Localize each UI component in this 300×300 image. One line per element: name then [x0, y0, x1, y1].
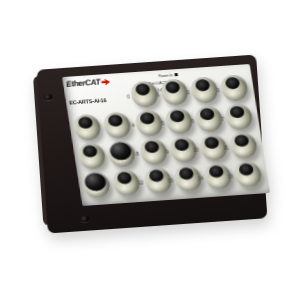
connector-cap — [109, 142, 133, 161]
photo-stage: EtherCAT EC-ARTS-AI-16 Power In Port 0 A… — [0, 0, 300, 300]
connector-socket — [107, 114, 123, 127]
connector-socket — [234, 134, 250, 147]
m12-channel-connector — [228, 132, 258, 160]
m12-channel-connector — [233, 161, 263, 189]
channel-number-label: 2 — [177, 89, 190, 96]
connector-cap — [83, 172, 107, 191]
connector-socket — [82, 145, 98, 158]
led-label: Power In — [158, 73, 173, 78]
channel-number-label: 15 — [221, 173, 234, 180]
connector-socket — [238, 163, 254, 176]
logo-text: EtherCAT — [66, 78, 101, 89]
connector-socket — [78, 116, 94, 129]
m12-aux-connector — [81, 171, 111, 199]
channel-number-label: 10 — [186, 147, 199, 154]
channel-number-label: 7 — [212, 116, 225, 123]
channel-number-label: 13 — [161, 178, 174, 185]
ethercat-io-module: EtherCAT EC-ARTS-AI-16 Power In Port 0 A… — [37, 55, 268, 234]
channel-number-label: 14 — [191, 176, 204, 183]
channel-number-label: 11 — [216, 145, 229, 152]
connector-socket — [229, 106, 245, 119]
m12-aux-connector — [77, 142, 107, 170]
channel-number-label: 6 — [182, 118, 195, 125]
model-number: EC-ARTS-AI-16 — [69, 97, 107, 106]
channel-number-label: 9 — [156, 149, 169, 156]
channel-number-label: 3 — [207, 87, 220, 94]
m12-aux-connector — [111, 169, 141, 197]
faceplate: EtherCAT EC-ARTS-AI-16 Power In Port 0 A… — [62, 64, 270, 206]
connector-socket — [117, 172, 133, 185]
m12-aux-connector — [72, 114, 102, 142]
m12-channel-connector — [219, 74, 249, 102]
channel-number-label: 0 — [117, 93, 130, 100]
m12-aux-connector — [102, 112, 132, 140]
led-indicator — [174, 73, 177, 76]
m12-aux-connector — [107, 140, 137, 168]
logo-swoosh-icon — [101, 78, 111, 86]
channel-number-label: 1 — [147, 91, 160, 98]
ethercat-logo: EtherCAT — [66, 77, 111, 89]
connector-socket — [225, 77, 241, 90]
channel-number-label: 5 — [152, 120, 165, 127]
m12-channel-connector — [224, 103, 254, 131]
